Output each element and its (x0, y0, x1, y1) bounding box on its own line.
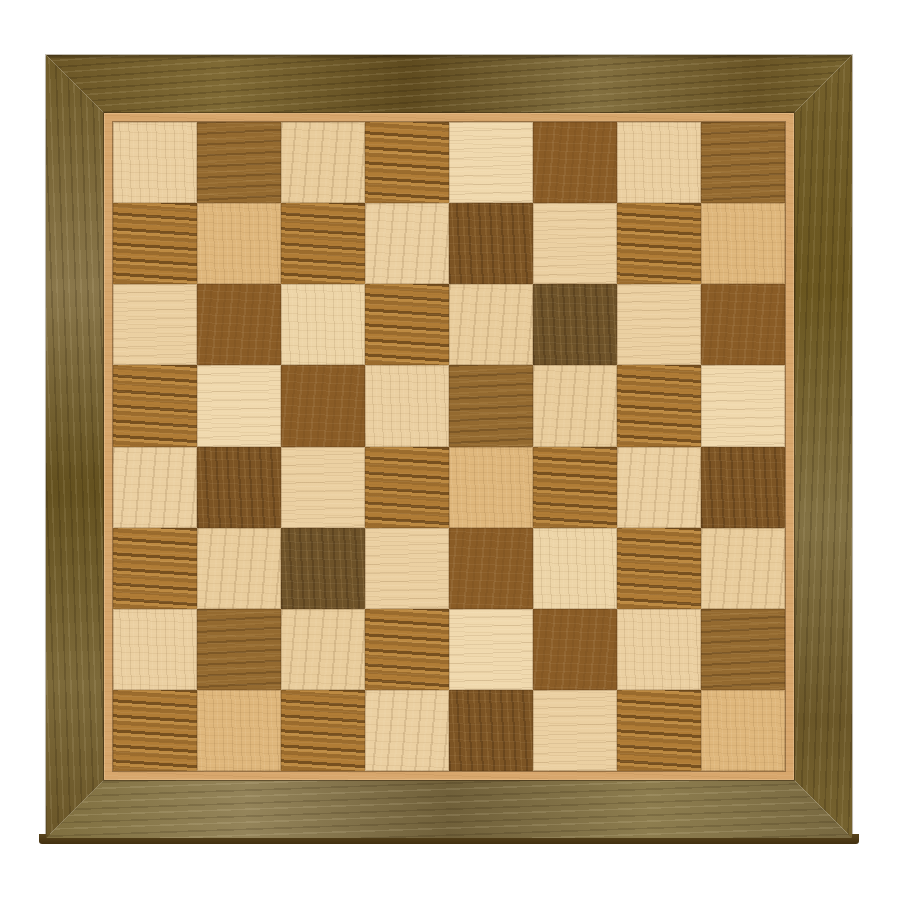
square-a5 (113, 365, 197, 446)
square-e7 (449, 203, 533, 284)
square-g6 (617, 284, 701, 365)
square-b3 (197, 528, 281, 609)
square-a6 (113, 284, 197, 365)
square-d7 (365, 203, 449, 284)
square-a8 (113, 122, 197, 203)
square-d8 (365, 122, 449, 203)
square-h5 (701, 365, 785, 446)
square-g5 (617, 365, 701, 446)
square-g8 (617, 122, 701, 203)
square-a1 (113, 690, 197, 771)
square-e2 (449, 609, 533, 690)
square-c4 (281, 447, 365, 528)
square-g1 (617, 690, 701, 771)
square-f1 (533, 690, 617, 771)
square-a2 (113, 609, 197, 690)
square-h3 (701, 528, 785, 609)
square-h1 (701, 690, 785, 771)
square-g7 (617, 203, 701, 284)
square-e4 (449, 447, 533, 528)
square-b6 (197, 284, 281, 365)
square-e1 (449, 690, 533, 771)
square-b8 (197, 122, 281, 203)
square-a7 (113, 203, 197, 284)
square-d3 (365, 528, 449, 609)
square-e8 (449, 122, 533, 203)
square-c7 (281, 203, 365, 284)
square-a4 (113, 447, 197, 528)
board-margin (104, 113, 794, 780)
square-c1 (281, 690, 365, 771)
square-f2 (533, 609, 617, 690)
square-g3 (617, 528, 701, 609)
square-h8 (701, 122, 785, 203)
square-c3 (281, 528, 365, 609)
square-d6 (365, 284, 449, 365)
square-d4 (365, 447, 449, 528)
square-b1 (197, 690, 281, 771)
square-b5 (197, 365, 281, 446)
square-h6 (701, 284, 785, 365)
square-e6 (449, 284, 533, 365)
square-e3 (449, 528, 533, 609)
square-h7 (701, 203, 785, 284)
square-g4 (617, 447, 701, 528)
square-c2 (281, 609, 365, 690)
board-photo (0, 0, 900, 900)
square-e5 (449, 365, 533, 446)
square-f7 (533, 203, 617, 284)
square-b4 (197, 447, 281, 528)
square-c8 (281, 122, 365, 203)
square-a3 (113, 528, 197, 609)
square-d2 (365, 609, 449, 690)
square-h2 (701, 609, 785, 690)
square-b7 (197, 203, 281, 284)
square-h4 (701, 447, 785, 528)
square-d1 (365, 690, 449, 771)
square-b2 (197, 609, 281, 690)
square-f3 (533, 528, 617, 609)
chessboard (46, 55, 852, 838)
square-f8 (533, 122, 617, 203)
square-g2 (617, 609, 701, 690)
square-f6 (533, 284, 617, 365)
square-f5 (533, 365, 617, 446)
board-grid (113, 122, 785, 771)
square-d5 (365, 365, 449, 446)
square-c6 (281, 284, 365, 365)
square-c5 (281, 365, 365, 446)
square-f4 (533, 447, 617, 528)
